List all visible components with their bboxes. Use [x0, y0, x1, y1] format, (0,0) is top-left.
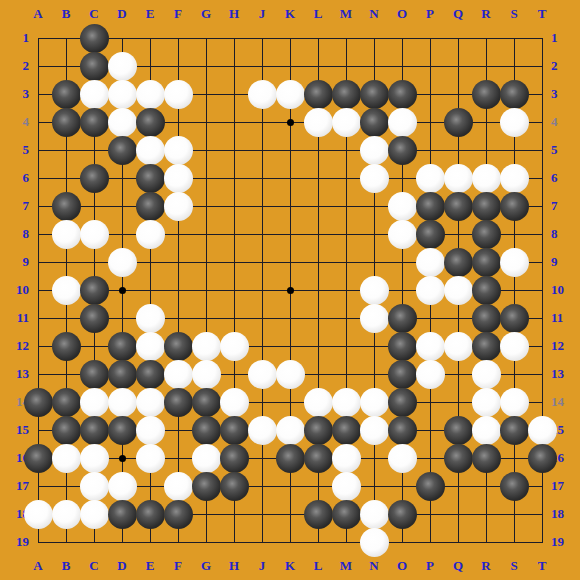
col-label-bottom-T: T	[528, 558, 556, 574]
col-label-bottom-P: P	[416, 558, 444, 574]
stone-white-O4[interactable]	[388, 108, 417, 137]
stone-white-D3[interactable]	[108, 80, 137, 109]
stone-white-L4[interactable]	[304, 108, 333, 137]
stone-white-C3[interactable]	[80, 80, 109, 109]
stone-black-O12[interactable]	[388, 332, 417, 361]
stone-black-B15[interactable]	[52, 416, 81, 445]
hoshi-D10	[119, 287, 126, 294]
stone-black-E4[interactable]	[136, 108, 165, 137]
stone-black-F12[interactable]	[164, 332, 193, 361]
stone-white-L14[interactable]	[304, 388, 333, 417]
col-label-top-A: A	[24, 6, 52, 22]
stone-black-B4[interactable]	[52, 108, 81, 137]
row-label-left-15: 15	[3, 422, 29, 438]
stone-white-B8[interactable]	[52, 220, 81, 249]
row-label-right-4: 4	[551, 114, 577, 130]
stone-white-P9[interactable]	[416, 248, 445, 277]
col-label-bottom-G: G	[192, 558, 220, 574]
stone-white-J15[interactable]	[248, 416, 277, 445]
stone-black-O13[interactable]	[388, 360, 417, 389]
row-label-left-8: 8	[3, 226, 29, 242]
stone-white-N5[interactable]	[360, 136, 389, 165]
stone-black-E7[interactable]	[136, 192, 165, 221]
stone-white-N11[interactable]	[360, 304, 389, 333]
stone-white-D14[interactable]	[108, 388, 137, 417]
stone-white-K13[interactable]	[276, 360, 305, 389]
stone-black-P7[interactable]	[416, 192, 445, 221]
col-label-bottom-A: A	[24, 558, 52, 574]
row-label-left-1: 1	[3, 30, 29, 46]
stone-black-A14[interactable]	[24, 388, 53, 417]
stone-black-S15[interactable]	[500, 416, 529, 445]
col-label-top-B: B	[52, 6, 80, 22]
stone-black-O15[interactable]	[388, 416, 417, 445]
stone-black-L3[interactable]	[304, 80, 333, 109]
row-label-right-5: 5	[551, 142, 577, 158]
stone-white-J3[interactable]	[248, 80, 277, 109]
col-label-bottom-M: M	[332, 558, 360, 574]
stone-white-K15[interactable]	[276, 416, 305, 445]
row-label-left-5: 5	[3, 142, 29, 158]
hoshi-K4	[287, 119, 294, 126]
row-label-left-7: 7	[3, 198, 29, 214]
stone-black-C1[interactable]	[80, 24, 109, 53]
stone-black-H17[interactable]	[220, 472, 249, 501]
stone-black-B7[interactable]	[52, 192, 81, 221]
stone-black-Q16[interactable]	[444, 444, 473, 473]
col-label-top-K: K	[276, 6, 304, 22]
row-label-left-12: 12	[3, 338, 29, 354]
stone-white-A18[interactable]	[24, 500, 53, 529]
stone-white-R14[interactable]	[472, 388, 501, 417]
col-label-top-T: T	[528, 6, 556, 22]
stone-white-E16[interactable]	[136, 444, 165, 473]
row-label-right-9: 9	[551, 254, 577, 270]
stone-white-S14[interactable]	[500, 388, 529, 417]
stone-white-F13[interactable]	[164, 360, 193, 389]
col-label-bottom-Q: Q	[444, 558, 472, 574]
stone-white-S12[interactable]	[500, 332, 529, 361]
stone-white-N6[interactable]	[360, 164, 389, 193]
col-label-top-R: R	[472, 6, 500, 22]
row-label-right-12: 12	[551, 338, 577, 354]
stone-black-R8[interactable]	[472, 220, 501, 249]
stone-white-O16[interactable]	[388, 444, 417, 473]
col-label-top-G: G	[192, 6, 220, 22]
stone-black-M15[interactable]	[332, 416, 361, 445]
col-label-bottom-K: K	[276, 558, 304, 574]
row-label-right-17: 17	[551, 478, 577, 494]
row-label-right-2: 2	[551, 58, 577, 74]
stone-black-R7[interactable]	[472, 192, 501, 221]
row-label-left-11: 11	[3, 310, 29, 326]
stone-white-D2[interactable]	[108, 52, 137, 81]
stone-black-S3[interactable]	[500, 80, 529, 109]
stone-white-M16[interactable]	[332, 444, 361, 473]
stone-white-B16[interactable]	[52, 444, 81, 473]
stone-white-E8[interactable]	[136, 220, 165, 249]
stone-black-N3[interactable]	[360, 80, 389, 109]
stone-white-C18[interactable]	[80, 500, 109, 529]
stone-white-N10[interactable]	[360, 276, 389, 305]
col-label-top-L: L	[304, 6, 332, 22]
col-label-top-H: H	[220, 6, 248, 22]
stone-black-D15[interactable]	[108, 416, 137, 445]
stone-white-N14[interactable]	[360, 388, 389, 417]
stone-white-G12[interactable]	[192, 332, 221, 361]
col-label-top-M: M	[332, 6, 360, 22]
stone-white-D9[interactable]	[108, 248, 137, 277]
stone-white-C17[interactable]	[80, 472, 109, 501]
stone-black-C13[interactable]	[80, 360, 109, 389]
stone-black-A16[interactable]	[24, 444, 53, 473]
stone-white-P13[interactable]	[416, 360, 445, 389]
row-label-right-10: 10	[551, 282, 577, 298]
row-label-left-4: 4	[3, 114, 29, 130]
row-label-right-1: 1	[551, 30, 577, 46]
stone-black-C4[interactable]	[80, 108, 109, 137]
stone-black-D12[interactable]	[108, 332, 137, 361]
stone-white-E11[interactable]	[136, 304, 165, 333]
row-label-right-8: 8	[551, 226, 577, 242]
stone-white-S6[interactable]	[500, 164, 529, 193]
stone-black-R11[interactable]	[472, 304, 501, 333]
stone-black-E13[interactable]	[136, 360, 165, 389]
stone-black-B3[interactable]	[52, 80, 81, 109]
row-label-left-6: 6	[3, 170, 29, 186]
stone-black-R3[interactable]	[472, 80, 501, 109]
stone-white-M4[interactable]	[332, 108, 361, 137]
stone-black-N4[interactable]	[360, 108, 389, 137]
stone-black-G17[interactable]	[192, 472, 221, 501]
col-label-bottom-H: H	[220, 558, 248, 574]
stone-black-P17[interactable]	[416, 472, 445, 501]
stone-black-E6[interactable]	[136, 164, 165, 193]
col-label-top-S: S	[500, 6, 528, 22]
stone-white-G16[interactable]	[192, 444, 221, 473]
stone-black-O11[interactable]	[388, 304, 417, 333]
hoshi-K10	[287, 287, 294, 294]
stone-black-C15[interactable]	[80, 416, 109, 445]
col-label-top-F: F	[164, 6, 192, 22]
stone-white-N18[interactable]	[360, 500, 389, 529]
stone-white-P12[interactable]	[416, 332, 445, 361]
stone-white-D17[interactable]	[108, 472, 137, 501]
col-label-top-O: O	[388, 6, 416, 22]
col-label-bottom-F: F	[164, 558, 192, 574]
col-label-top-E: E	[136, 6, 164, 22]
row-label-right-13: 13	[551, 366, 577, 382]
col-label-bottom-D: D	[108, 558, 136, 574]
stone-white-J13[interactable]	[248, 360, 277, 389]
stone-white-M17[interactable]	[332, 472, 361, 501]
stone-black-T16[interactable]	[528, 444, 557, 473]
row-label-left-3: 3	[3, 86, 29, 102]
stone-white-O8[interactable]	[388, 220, 417, 249]
stone-white-B10[interactable]	[52, 276, 81, 305]
stone-white-G13[interactable]	[192, 360, 221, 389]
stone-black-S7[interactable]	[500, 192, 529, 221]
stone-white-D4[interactable]	[108, 108, 137, 137]
stone-white-P10[interactable]	[416, 276, 445, 305]
stone-black-G14[interactable]	[192, 388, 221, 417]
col-label-bottom-N: N	[360, 558, 388, 574]
stone-white-O7[interactable]	[388, 192, 417, 221]
stone-white-R6[interactable]	[472, 164, 501, 193]
col-label-top-C: C	[80, 6, 108, 22]
stone-black-O5[interactable]	[388, 136, 417, 165]
stone-white-C14[interactable]	[80, 388, 109, 417]
stone-white-F6[interactable]	[164, 164, 193, 193]
stone-white-R13[interactable]	[472, 360, 501, 389]
stone-black-P8[interactable]	[416, 220, 445, 249]
stone-white-Q10[interactable]	[444, 276, 473, 305]
stone-black-L16[interactable]	[304, 444, 333, 473]
goban: ABCDEFGHJKLMNOPQRST ABCDEFGHJKLMNOPQRST …	[0, 0, 580, 580]
stone-white-R15[interactable]	[472, 416, 501, 445]
stone-black-B12[interactable]	[52, 332, 81, 361]
stone-white-T15[interactable]	[528, 416, 557, 445]
stone-black-C11[interactable]	[80, 304, 109, 333]
stone-black-Q9[interactable]	[444, 248, 473, 277]
stone-black-S17[interactable]	[500, 472, 529, 501]
row-label-right-3: 3	[551, 86, 577, 102]
col-label-bottom-S: S	[500, 558, 528, 574]
stone-black-E18[interactable]	[136, 500, 165, 529]
stone-white-F5[interactable]	[164, 136, 193, 165]
col-label-bottom-J: J	[248, 558, 276, 574]
row-label-right-14: 14	[551, 394, 577, 410]
row-label-left-9: 9	[3, 254, 29, 270]
stone-white-N19[interactable]	[360, 528, 389, 557]
stone-black-D18[interactable]	[108, 500, 137, 529]
stone-black-O14[interactable]	[388, 388, 417, 417]
col-label-bottom-E: E	[136, 558, 164, 574]
stone-white-N15[interactable]	[360, 416, 389, 445]
row-label-left-17: 17	[3, 478, 29, 494]
stone-black-L18[interactable]	[304, 500, 333, 529]
col-label-top-D: D	[108, 6, 136, 22]
stone-white-C8[interactable]	[80, 220, 109, 249]
stone-black-Q7[interactable]	[444, 192, 473, 221]
stone-white-F17[interactable]	[164, 472, 193, 501]
stone-black-R16[interactable]	[472, 444, 501, 473]
col-label-bottom-O: O	[388, 558, 416, 574]
col-label-top-J: J	[248, 6, 276, 22]
stone-black-Q4[interactable]	[444, 108, 473, 137]
row-label-left-19: 19	[3, 534, 29, 550]
stone-white-S9[interactable]	[500, 248, 529, 277]
stone-black-Q15[interactable]	[444, 416, 473, 445]
stone-black-R9[interactable]	[472, 248, 501, 277]
stone-white-H14[interactable]	[220, 388, 249, 417]
stone-black-M18[interactable]	[332, 500, 361, 529]
stone-white-E14[interactable]	[136, 388, 165, 417]
row-label-right-7: 7	[551, 198, 577, 214]
stone-white-Q12[interactable]	[444, 332, 473, 361]
stone-black-M3[interactable]	[332, 80, 361, 109]
row-label-right-19: 19	[551, 534, 577, 550]
stone-black-D13[interactable]	[108, 360, 137, 389]
row-label-left-13: 13	[3, 366, 29, 382]
stone-white-E3[interactable]	[136, 80, 165, 109]
col-label-top-Q: Q	[444, 6, 472, 22]
col-label-bottom-B: B	[52, 558, 80, 574]
stone-white-E15[interactable]	[136, 416, 165, 445]
row-label-right-11: 11	[551, 310, 577, 326]
stone-black-H16[interactable]	[220, 444, 249, 473]
stone-white-E12[interactable]	[136, 332, 165, 361]
stone-white-K3[interactable]	[276, 80, 305, 109]
stone-black-H15[interactable]	[220, 416, 249, 445]
stone-black-S11[interactable]	[500, 304, 529, 333]
row-label-right-6: 6	[551, 170, 577, 186]
stone-white-F7[interactable]	[164, 192, 193, 221]
stone-black-L15[interactable]	[304, 416, 333, 445]
col-label-bottom-C: C	[80, 558, 108, 574]
stone-black-F18[interactable]	[164, 500, 193, 529]
col-label-bottom-L: L	[304, 558, 332, 574]
row-label-left-2: 2	[3, 58, 29, 74]
hoshi-D16	[119, 455, 126, 462]
row-label-left-10: 10	[3, 282, 29, 298]
stone-black-C6[interactable]	[80, 164, 109, 193]
stone-black-C2[interactable]	[80, 52, 109, 81]
stone-white-P6[interactable]	[416, 164, 445, 193]
stone-black-R10[interactable]	[472, 276, 501, 305]
stone-white-C16[interactable]	[80, 444, 109, 473]
stone-black-O18[interactable]	[388, 500, 417, 529]
stone-white-H12[interactable]	[220, 332, 249, 361]
stone-black-C10[interactable]	[80, 276, 109, 305]
col-label-top-N: N	[360, 6, 388, 22]
stone-black-D5[interactable]	[108, 136, 137, 165]
stone-black-K16[interactable]	[276, 444, 305, 473]
stone-black-F14[interactable]	[164, 388, 193, 417]
stone-white-B18[interactable]	[52, 500, 81, 529]
stone-white-F3[interactable]	[164, 80, 193, 109]
stone-white-S4[interactable]	[500, 108, 529, 137]
stone-white-M14[interactable]	[332, 388, 361, 417]
stone-black-G15[interactable]	[192, 416, 221, 445]
stone-black-O3[interactable]	[388, 80, 417, 109]
stone-black-B14[interactable]	[52, 388, 81, 417]
row-label-right-18: 18	[551, 506, 577, 522]
col-label-top-P: P	[416, 6, 444, 22]
col-label-bottom-R: R	[472, 558, 500, 574]
stone-black-R12[interactable]	[472, 332, 501, 361]
stone-white-E5[interactable]	[136, 136, 165, 165]
stone-white-Q6[interactable]	[444, 164, 473, 193]
